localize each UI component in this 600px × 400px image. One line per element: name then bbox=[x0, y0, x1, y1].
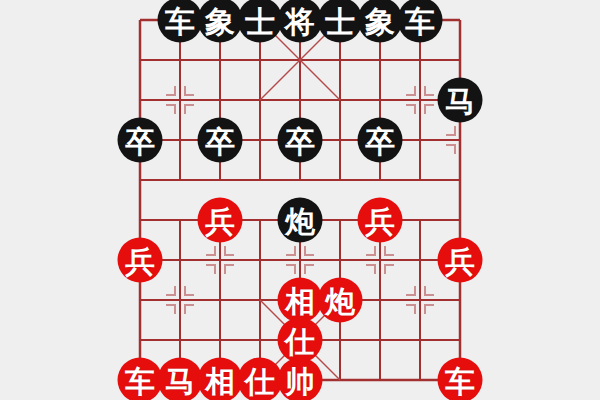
board-point-2-3[interactable]: 卒 bbox=[200, 120, 240, 160]
piece-glyph: 车 bbox=[405, 6, 435, 36]
board-point-0-8[interactable] bbox=[120, 320, 160, 360]
piece-glyph: 象 bbox=[365, 6, 395, 36]
piece-glyph: 帅 bbox=[285, 366, 315, 396]
board-point-8-9[interactable]: 车 bbox=[440, 360, 480, 400]
piece-glyph: 卒 bbox=[205, 126, 235, 156]
board-point-5-9[interactable] bbox=[320, 360, 360, 400]
piece-black-elephant[interactable]: 象 bbox=[198, 0, 243, 43]
board-point-0-7[interactable] bbox=[120, 280, 160, 320]
piece-red-soldier[interactable]: 兵 bbox=[438, 238, 483, 283]
board-point-6-6[interactable] bbox=[360, 240, 400, 280]
piece-black-elephant[interactable]: 象 bbox=[358, 0, 403, 43]
board-point-6-8[interactable] bbox=[360, 320, 400, 360]
piece-glyph: 马 bbox=[165, 366, 195, 396]
piece-glyph: 卒 bbox=[285, 126, 315, 156]
piece-glyph: 相 bbox=[285, 286, 315, 316]
board-point-7-8[interactable] bbox=[400, 320, 440, 360]
piece-glyph: 卒 bbox=[125, 126, 155, 156]
board-point-1-4[interactable] bbox=[160, 160, 200, 200]
board-point-7-2[interactable] bbox=[400, 80, 440, 120]
board-point-0-9[interactable]: 车 bbox=[120, 360, 160, 400]
board-point-7-0[interactable]: 车 bbox=[400, 0, 440, 40]
piece-black-advisor[interactable]: 士 bbox=[318, 0, 363, 43]
board-point-4-3[interactable]: 卒 bbox=[280, 120, 320, 160]
board-point-2-5[interactable]: 兵 bbox=[200, 200, 240, 240]
piece-glyph: 炮 bbox=[325, 286, 355, 316]
board-point-0-0[interactable] bbox=[120, 0, 160, 40]
board-point-5-2[interactable] bbox=[320, 80, 360, 120]
board-point-7-9[interactable] bbox=[400, 360, 440, 400]
piece-black-horse[interactable]: 马 bbox=[438, 78, 483, 123]
board-point-7-5[interactable] bbox=[400, 200, 440, 240]
piece-black-advisor[interactable]: 士 bbox=[238, 0, 283, 43]
piece-glyph: 兵 bbox=[365, 206, 395, 236]
piece-black-soldier[interactable]: 卒 bbox=[118, 118, 163, 163]
piece-glyph: 相 bbox=[205, 366, 235, 396]
board-point-4-8[interactable]: 仕 bbox=[280, 320, 320, 360]
board-point-7-4[interactable] bbox=[400, 160, 440, 200]
board-point-8-5[interactable] bbox=[440, 200, 480, 240]
board-point-5-3[interactable] bbox=[320, 120, 360, 160]
board-point-7-1[interactable] bbox=[400, 40, 440, 80]
board-point-5-4[interactable] bbox=[320, 160, 360, 200]
board-point-4-9[interactable]: 帅 bbox=[280, 360, 320, 400]
board-point-1-9[interactable]: 马 bbox=[160, 360, 200, 400]
piece-glyph: 马 bbox=[445, 86, 475, 116]
board-point-1-7[interactable] bbox=[160, 280, 200, 320]
board-point-5-0[interactable]: 士 bbox=[320, 0, 360, 40]
board-point-3-8[interactable] bbox=[240, 320, 280, 360]
board-point-8-7[interactable] bbox=[440, 280, 480, 320]
board-point-2-7[interactable] bbox=[200, 280, 240, 320]
piece-glyph: 将 bbox=[285, 6, 315, 36]
piece-glyph: 仕 bbox=[245, 366, 275, 396]
board-point-4-4[interactable] bbox=[280, 160, 320, 200]
piece-glyph: 车 bbox=[445, 366, 475, 396]
piece-black-cannon[interactable]: 炮 bbox=[278, 198, 323, 243]
board-point-2-2[interactable] bbox=[200, 80, 240, 120]
piece-glyph: 兵 bbox=[205, 206, 235, 236]
board-point-1-0[interactable]: 车 bbox=[160, 0, 200, 40]
board-point-7-6[interactable] bbox=[400, 240, 440, 280]
board-point-8-1[interactable] bbox=[440, 40, 480, 80]
piece-black-soldier[interactable]: 卒 bbox=[358, 118, 403, 163]
board-point-5-1[interactable] bbox=[320, 40, 360, 80]
board-point-8-8[interactable] bbox=[440, 320, 480, 360]
board-point-3-3[interactable] bbox=[240, 120, 280, 160]
board-point-2-9[interactable]: 相 bbox=[200, 360, 240, 400]
piece-glyph: 仕 bbox=[285, 326, 315, 356]
board-point-4-1[interactable] bbox=[280, 40, 320, 80]
piece-black-chariot[interactable]: 车 bbox=[158, 0, 203, 43]
board-point-3-6[interactable] bbox=[240, 240, 280, 280]
piece-red-general[interactable]: 帅 bbox=[278, 358, 323, 400]
board-point-8-4[interactable] bbox=[440, 160, 480, 200]
piece-glyph: 车 bbox=[165, 6, 195, 36]
board-point-1-1[interactable] bbox=[160, 40, 200, 80]
board-point-3-7[interactable] bbox=[240, 280, 280, 320]
piece-red-cannon[interactable]: 炮 bbox=[318, 278, 363, 323]
piece-red-chariot[interactable]: 车 bbox=[438, 358, 483, 400]
piece-glyph: 卒 bbox=[365, 126, 395, 156]
board-point-0-4[interactable] bbox=[120, 160, 160, 200]
piece-black-soldier[interactable]: 卒 bbox=[278, 118, 323, 163]
piece-black-chariot[interactable]: 车 bbox=[398, 0, 443, 43]
board-point-6-2[interactable] bbox=[360, 80, 400, 120]
board-point-4-5[interactable]: 炮 bbox=[280, 200, 320, 240]
board-point-0-6[interactable]: 兵 bbox=[120, 240, 160, 280]
board-point-8-0[interactable] bbox=[440, 0, 480, 40]
board-point-8-2[interactable]: 马 bbox=[440, 80, 480, 120]
xiangqi-board: 车象士将士象车马卒卒卒卒兵炮兵兵兵相炮仕车马相仕帅车 bbox=[0, 0, 600, 400]
piece-red-elephant[interactable]: 相 bbox=[278, 278, 323, 323]
piece-red-advisor[interactable]: 仕 bbox=[238, 358, 283, 400]
board-point-3-5[interactable] bbox=[240, 200, 280, 240]
piece-glyph: 兵 bbox=[445, 246, 475, 276]
piece-glyph: 士 bbox=[245, 6, 275, 36]
board-point-0-1[interactable] bbox=[120, 40, 160, 80]
piece-red-horse[interactable]: 马 bbox=[158, 358, 203, 400]
board-point-3-4[interactable] bbox=[240, 160, 280, 200]
board-point-2-8[interactable] bbox=[200, 320, 240, 360]
board-point-3-9[interactable]: 仕 bbox=[240, 360, 280, 400]
board-point-6-9[interactable] bbox=[360, 360, 400, 400]
board-point-6-1[interactable] bbox=[360, 40, 400, 80]
board-point-4-2[interactable] bbox=[280, 80, 320, 120]
piece-red-soldier[interactable]: 兵 bbox=[358, 198, 403, 243]
board-point-0-5[interactable] bbox=[120, 200, 160, 240]
board-point-2-0[interactable]: 象 bbox=[200, 0, 240, 40]
board-point-2-4[interactable] bbox=[200, 160, 240, 200]
board-point-1-3[interactable] bbox=[160, 120, 200, 160]
board-point-1-8[interactable] bbox=[160, 320, 200, 360]
piece-red-soldier[interactable]: 兵 bbox=[118, 238, 163, 283]
board-point-5-6[interactable] bbox=[320, 240, 360, 280]
board-point-4-7[interactable]: 相 bbox=[280, 280, 320, 320]
board-point-8-3[interactable] bbox=[440, 120, 480, 160]
board-grid: 车象士将士象车马卒卒卒卒兵炮兵兵兵相炮仕车马相仕帅车 bbox=[120, 0, 480, 400]
board-point-5-8[interactable] bbox=[320, 320, 360, 360]
board-point-6-5[interactable]: 兵 bbox=[360, 200, 400, 240]
board-point-6-7[interactable] bbox=[360, 280, 400, 320]
board-point-0-3[interactable]: 卒 bbox=[120, 120, 160, 160]
piece-red-chariot[interactable]: 车 bbox=[118, 358, 163, 400]
piece-red-advisor[interactable]: 仕 bbox=[278, 318, 323, 363]
board-point-4-0[interactable]: 将 bbox=[280, 0, 320, 40]
board-point-1-2[interactable] bbox=[160, 80, 200, 120]
piece-glyph: 士 bbox=[325, 6, 355, 36]
piece-glyph: 车 bbox=[125, 366, 155, 396]
board-point-2-1[interactable] bbox=[200, 40, 240, 80]
board-point-3-1[interactable] bbox=[240, 40, 280, 80]
piece-black-soldier[interactable]: 卒 bbox=[198, 118, 243, 163]
board-point-3-2[interactable] bbox=[240, 80, 280, 120]
board-point-1-5[interactable] bbox=[160, 200, 200, 240]
board-point-7-3[interactable] bbox=[400, 120, 440, 160]
piece-black-general[interactable]: 将 bbox=[278, 0, 323, 43]
board-point-1-6[interactable] bbox=[160, 240, 200, 280]
board-point-3-0[interactable]: 士 bbox=[240, 0, 280, 40]
board-point-7-7[interactable] bbox=[400, 280, 440, 320]
board-point-4-6[interactable] bbox=[280, 240, 320, 280]
piece-glyph: 象 bbox=[205, 6, 235, 36]
piece-red-soldier[interactable]: 兵 bbox=[198, 198, 243, 243]
board-point-6-3[interactable]: 卒 bbox=[360, 120, 400, 160]
board-point-0-2[interactable] bbox=[120, 80, 160, 120]
board-point-8-6[interactable]: 兵 bbox=[440, 240, 480, 280]
board-point-5-5[interactable] bbox=[320, 200, 360, 240]
piece-glyph: 炮 bbox=[285, 206, 315, 236]
piece-red-elephant[interactable]: 相 bbox=[198, 358, 243, 400]
piece-glyph: 兵 bbox=[125, 246, 155, 276]
board-point-5-7[interactable]: 炮 bbox=[320, 280, 360, 320]
board-point-6-0[interactable]: 象 bbox=[360, 0, 400, 40]
board-point-6-4[interactable] bbox=[360, 160, 400, 200]
board-point-2-6[interactable] bbox=[200, 240, 240, 280]
